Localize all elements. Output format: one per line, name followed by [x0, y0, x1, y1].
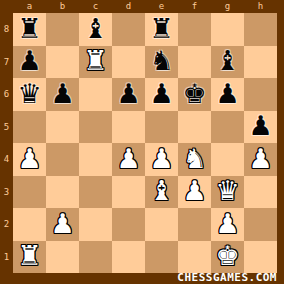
square-d6[interactable]: ♟ — [112, 78, 145, 111]
square-d1[interactable] — [112, 241, 145, 274]
piece-black-pawn[interactable]: ♟ — [17, 47, 41, 74]
square-e5[interactable] — [145, 111, 178, 144]
file-label-f: f — [178, 0, 211, 13]
piece-white-pawn[interactable]: ♟ — [149, 145, 173, 172]
square-e7[interactable]: ♞ — [145, 46, 178, 79]
square-h5[interactable]: ♟ — [244, 111, 277, 144]
square-d4[interactable]: ♟ — [112, 143, 145, 176]
square-g6[interactable]: ♟ — [211, 78, 244, 111]
square-f7[interactable] — [178, 46, 211, 79]
square-b7[interactable] — [46, 46, 79, 79]
piece-black-queen[interactable]: ♛ — [17, 80, 41, 107]
square-a1[interactable]: ♜ — [13, 241, 46, 274]
piece-white-bishop[interactable]: ♝ — [149, 177, 173, 204]
square-a6[interactable]: ♛ — [13, 78, 46, 111]
piece-white-pawn[interactable]: ♟ — [50, 210, 74, 237]
square-e8[interactable]: ♜ — [145, 13, 178, 46]
square-h1[interactable] — [244, 241, 277, 274]
square-g2[interactable]: ♟ — [211, 208, 244, 241]
piece-black-pawn[interactable]: ♟ — [149, 80, 173, 107]
file-label-g: g — [211, 0, 244, 13]
piece-white-pawn[interactable]: ♟ — [215, 210, 239, 237]
square-f5[interactable] — [178, 111, 211, 144]
square-h4[interactable]: ♟ — [244, 143, 277, 176]
file-label-h: h — [244, 0, 277, 13]
square-e6[interactable]: ♟ — [145, 78, 178, 111]
square-e2[interactable] — [145, 208, 178, 241]
square-a2[interactable] — [13, 208, 46, 241]
chess-board: ♜♝♜♟♜♞♝♛♟♟♟♚♟♟♟♟♟♞♟♝♟♛♟♟♜♚ — [13, 13, 277, 273]
piece-black-rook[interactable]: ♜ — [17, 15, 41, 42]
piece-white-pawn[interactable]: ♟ — [17, 145, 41, 172]
piece-white-pawn[interactable]: ♟ — [116, 145, 140, 172]
square-b8[interactable] — [46, 13, 79, 46]
piece-black-pawn[interactable]: ♟ — [248, 112, 272, 139]
file-label-d: d — [112, 0, 145, 13]
square-c3[interactable] — [79, 176, 112, 209]
square-a3[interactable] — [13, 176, 46, 209]
piece-black-bishop[interactable]: ♝ — [83, 15, 107, 42]
square-b1[interactable] — [46, 241, 79, 274]
rank-label-2: 2 — [0, 208, 13, 241]
square-d8[interactable] — [112, 13, 145, 46]
square-f4[interactable]: ♞ — [178, 143, 211, 176]
rank-label-3: 3 — [0, 176, 13, 209]
square-c8[interactable]: ♝ — [79, 13, 112, 46]
piece-white-pawn[interactable]: ♟ — [182, 177, 206, 204]
square-g1[interactable]: ♚ — [211, 241, 244, 274]
file-labels: abcdefgh — [13, 0, 277, 13]
piece-black-knight[interactable]: ♞ — [149, 47, 173, 74]
rank-labels: 87654321 — [0, 13, 13, 273]
square-c4[interactable] — [79, 143, 112, 176]
square-c6[interactable] — [79, 78, 112, 111]
square-c2[interactable] — [79, 208, 112, 241]
rank-label-8: 8 — [0, 13, 13, 46]
square-h2[interactable] — [244, 208, 277, 241]
square-c5[interactable] — [79, 111, 112, 144]
piece-white-queen[interactable]: ♛ — [215, 177, 239, 204]
square-e3[interactable]: ♝ — [145, 176, 178, 209]
chess-diagram: abcdefgh 87654321 ♜♝♜♟♜♞♝♛♟♟♟♚♟♟♟♟♟♞♟♝♟♛… — [0, 0, 284, 284]
square-g5[interactable] — [211, 111, 244, 144]
rank-label-1: 1 — [0, 241, 13, 274]
piece-white-knight[interactable]: ♞ — [182, 145, 206, 172]
rank-label-7: 7 — [0, 46, 13, 79]
piece-black-pawn[interactable]: ♟ — [215, 80, 239, 107]
square-h6[interactable] — [244, 78, 277, 111]
piece-white-rook[interactable]: ♜ — [83, 47, 107, 74]
piece-black-pawn[interactable]: ♟ — [50, 80, 74, 107]
square-f3[interactable]: ♟ — [178, 176, 211, 209]
file-label-c: c — [79, 0, 112, 13]
square-h3[interactable] — [244, 176, 277, 209]
site-watermark: CHESSGAMES.COM — [177, 271, 277, 284]
square-g4[interactable] — [211, 143, 244, 176]
piece-white-rook[interactable]: ♜ — [17, 242, 41, 269]
square-h8[interactable] — [244, 13, 277, 46]
piece-black-rook[interactable]: ♜ — [149, 15, 173, 42]
square-g8[interactable] — [211, 13, 244, 46]
square-g7[interactable]: ♝ — [211, 46, 244, 79]
square-e4[interactable]: ♟ — [145, 143, 178, 176]
rank-label-6: 6 — [0, 78, 13, 111]
piece-white-pawn[interactable]: ♟ — [248, 145, 272, 172]
file-label-b: b — [46, 0, 79, 13]
square-f8[interactable] — [178, 13, 211, 46]
square-f2[interactable] — [178, 208, 211, 241]
square-b3[interactable] — [46, 176, 79, 209]
square-d2[interactable] — [112, 208, 145, 241]
piece-white-king[interactable]: ♚ — [215, 242, 239, 269]
square-a4[interactable]: ♟ — [13, 143, 46, 176]
piece-black-bishop[interactable]: ♝ — [215, 47, 239, 74]
square-a5[interactable] — [13, 111, 46, 144]
file-label-a: a — [13, 0, 46, 13]
square-a8[interactable]: ♜ — [13, 13, 46, 46]
square-b5[interactable] — [46, 111, 79, 144]
file-label-e: e — [145, 0, 178, 13]
square-b4[interactable] — [46, 143, 79, 176]
rank-label-5: 5 — [0, 111, 13, 144]
square-h7[interactable] — [244, 46, 277, 79]
square-g3[interactable]: ♛ — [211, 176, 244, 209]
square-c1[interactable] — [79, 241, 112, 274]
square-d5[interactable] — [112, 111, 145, 144]
square-b2[interactable]: ♟ — [46, 208, 79, 241]
square-b6[interactable]: ♟ — [46, 78, 79, 111]
square-c7[interactable]: ♜ — [79, 46, 112, 79]
square-d3[interactable] — [112, 176, 145, 209]
square-a7[interactable]: ♟ — [13, 46, 46, 79]
square-f6[interactable]: ♚ — [178, 78, 211, 111]
rank-label-4: 4 — [0, 143, 13, 176]
piece-black-king[interactable]: ♚ — [182, 80, 206, 107]
square-f1[interactable] — [178, 241, 211, 274]
square-d7[interactable] — [112, 46, 145, 79]
square-e1[interactable] — [145, 241, 178, 274]
piece-black-pawn[interactable]: ♟ — [116, 80, 140, 107]
